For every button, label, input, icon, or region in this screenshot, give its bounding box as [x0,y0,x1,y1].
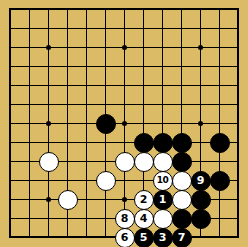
intersection-11-0[interactable] [210,0,229,19]
intersection-10-9[interactable]: 9 [191,171,210,190]
intersection-0-0[interactable] [1,0,20,19]
intersection-9-6[interactable] [172,114,191,133]
intersection-0-11[interactable] [1,209,20,228]
intersection-0-5[interactable] [1,95,20,114]
intersection-0-4[interactable] [1,76,20,95]
intersection-6-0[interactable] [115,0,134,19]
intersection-6-1[interactable] [115,19,134,38]
intersection-7-4[interactable] [134,76,153,95]
move-number-label: 4 [140,213,148,224]
white-stone [172,190,192,210]
intersection-5-3[interactable] [96,57,115,76]
white-stone: 10 [153,171,173,191]
white-stone [96,171,116,191]
intersection-3-3[interactable] [58,57,77,76]
intersection-7-7[interactable] [134,133,153,152]
intersection-1-4[interactable] [20,76,39,95]
intersection-7-12[interactable]: 5 [134,228,153,247]
move-number-label: 10 [157,176,169,185]
intersection-10-4[interactable] [191,76,210,95]
intersection-6-8[interactable] [115,152,134,171]
intersection-1-3[interactable] [20,57,39,76]
white-stone [134,152,154,172]
black-stone: 7 [172,228,192,247]
intersection-4-11[interactable] [77,209,96,228]
intersection-12-7[interactable] [229,133,248,152]
intersection-4-3[interactable] [77,57,96,76]
intersection-4-2[interactable] [77,38,96,57]
black-stone: 3 [153,228,173,247]
intersection-2-9[interactable] [39,171,58,190]
intersection-7-9[interactable] [134,171,153,190]
intersection-11-12[interactable] [210,228,229,247]
intersection-7-5[interactable] [134,95,153,114]
intersection-7-2[interactable] [134,38,153,57]
intersection-0-1[interactable] [1,19,20,38]
intersection-3-4[interactable] [58,76,77,95]
intersection-4-5[interactable] [77,95,96,114]
intersection-0-2[interactable] [1,38,20,57]
intersection-12-5[interactable] [229,95,248,114]
intersection-9-1[interactable] [172,19,191,38]
intersection-3-11[interactable] [58,209,77,228]
intersection-4-4[interactable] [77,76,96,95]
star-point [122,121,127,126]
intersection-7-6[interactable] [134,114,153,133]
intersection-3-1[interactable] [58,19,77,38]
intersection-1-0[interactable] [20,0,39,19]
intersection-12-2[interactable] [229,38,248,57]
intersection-5-0[interactable] [96,0,115,19]
intersection-8-9[interactable]: 10 [153,171,172,190]
white-stone [172,171,192,191]
intersection-1-12[interactable] [20,228,39,247]
intersection-7-8[interactable] [134,152,153,171]
intersection-10-0[interactable] [191,0,210,19]
intersection-10-3[interactable] [191,57,210,76]
move-number-label: 9 [197,175,205,186]
move-number-label: 6 [121,232,129,243]
intersection-3-12[interactable] [58,228,77,247]
intersection-12-8[interactable] [229,152,248,171]
intersection-10-6[interactable] [191,114,210,133]
intersection-9-7[interactable] [172,133,191,152]
move-number-label: 2 [140,194,148,205]
intersection-10-1[interactable] [191,19,210,38]
star-point [46,45,51,50]
intersection-2-12[interactable] [39,228,58,247]
go-diagram: 10921846537 [0,0,247,247]
intersection-9-10[interactable] [172,190,191,209]
intersection-3-5[interactable] [58,95,77,114]
intersection-0-7[interactable] [1,133,20,152]
intersection-12-1[interactable] [229,19,248,38]
intersection-0-3[interactable] [1,57,20,76]
intersection-9-11[interactable] [172,209,191,228]
intersection-0-8[interactable] [1,152,20,171]
intersection-5-10[interactable] [96,190,115,209]
black-stone [191,190,211,210]
intersection-10-12[interactable] [191,228,210,247]
intersection-8-4[interactable] [153,76,172,95]
intersection-3-8[interactable] [58,152,77,171]
intersection-2-8[interactable] [39,152,58,171]
intersection-12-6[interactable] [229,114,248,133]
black-stone [134,133,154,153]
black-stone [172,152,192,172]
move-number-label: 8 [121,213,129,224]
intersection-4-10[interactable] [77,190,96,209]
intersection-0-10[interactable] [1,190,20,209]
intersection-7-3[interactable] [134,57,153,76]
intersection-1-9[interactable] [20,171,39,190]
intersection-2-0[interactable] [39,0,58,19]
intersection-8-11[interactable] [153,209,172,228]
intersection-8-8[interactable] [153,152,172,171]
intersection-11-7[interactable] [210,133,229,152]
intersection-10-8[interactable] [191,152,210,171]
intersection-5-8[interactable] [96,152,115,171]
intersection-1-10[interactable] [20,190,39,209]
intersection-8-5[interactable] [153,95,172,114]
intersection-6-3[interactable] [115,57,134,76]
intersection-3-6[interactable] [58,114,77,133]
intersection-10-11[interactable] [191,209,210,228]
intersection-6-6[interactable] [115,114,134,133]
intersection-5-6[interactable] [96,114,115,133]
intersection-4-6[interactable] [77,114,96,133]
intersection-6-12[interactable]: 6 [115,228,134,247]
intersection-11-2[interactable] [210,38,229,57]
board-grid: 10921846537 [1,0,248,247]
intersection-2-3[interactable] [39,57,58,76]
intersection-11-5[interactable] [210,95,229,114]
intersection-2-1[interactable] [39,19,58,38]
intersection-2-2[interactable] [39,38,58,57]
intersection-1-11[interactable] [20,209,39,228]
star-point [122,197,127,202]
intersection-12-12[interactable] [229,228,248,247]
intersection-2-11[interactable] [39,209,58,228]
intersection-2-5[interactable] [39,95,58,114]
black-stone [96,114,116,134]
intersection-7-0[interactable] [134,0,153,19]
intersection-11-10[interactable] [210,190,229,209]
intersection-6-11[interactable]: 8 [115,209,134,228]
intersection-11-8[interactable] [210,152,229,171]
intersection-10-10[interactable] [191,190,210,209]
intersection-4-0[interactable] [77,0,96,19]
intersection-9-5[interactable] [172,95,191,114]
white-stone [39,152,59,172]
intersection-5-9[interactable] [96,171,115,190]
black-stone: 1 [153,190,173,210]
star-point [122,45,127,50]
intersection-8-10[interactable]: 1 [153,190,172,209]
intersection-2-6[interactable] [39,114,58,133]
black-stone [210,133,230,153]
intersection-8-12[interactable]: 3 [153,228,172,247]
intersection-5-1[interactable] [96,19,115,38]
intersection-12-3[interactable] [229,57,248,76]
intersection-12-0[interactable] [229,0,248,19]
intersection-4-8[interactable] [77,152,96,171]
intersection-7-11[interactable]: 4 [134,209,153,228]
intersection-12-9[interactable] [229,171,248,190]
white-stone [153,152,173,172]
intersection-3-10[interactable] [58,190,77,209]
intersection-9-4[interactable] [172,76,191,95]
black-stone [153,133,173,153]
intersection-6-5[interactable] [115,95,134,114]
white-stone [58,190,78,210]
white-stone [115,152,135,172]
intersection-1-7[interactable] [20,133,39,152]
intersection-5-7[interactable] [96,133,115,152]
intersection-7-10[interactable]: 2 [134,190,153,209]
intersection-12-10[interactable] [229,190,248,209]
intersection-1-6[interactable] [20,114,39,133]
move-number-label: 3 [159,232,167,243]
intersection-10-2[interactable] [191,38,210,57]
intersection-6-2[interactable] [115,38,134,57]
intersection-11-1[interactable] [210,19,229,38]
intersection-8-7[interactable] [153,133,172,152]
white-stone: 8 [115,209,135,229]
intersection-7-1[interactable] [134,19,153,38]
move-number-label: 5 [140,232,148,243]
black-stone [191,209,211,229]
intersection-1-2[interactable] [20,38,39,57]
black-stone [172,133,192,153]
intersection-2-4[interactable] [39,76,58,95]
intersection-11-11[interactable] [210,209,229,228]
intersection-8-3[interactable] [153,57,172,76]
star-point [198,45,203,50]
intersection-11-6[interactable] [210,114,229,133]
intersection-11-4[interactable] [210,76,229,95]
intersection-5-4[interactable] [96,76,115,95]
intersection-6-9[interactable] [115,171,134,190]
intersection-4-12[interactable] [77,228,96,247]
move-number-label: 1 [159,194,167,205]
intersection-9-0[interactable] [172,0,191,19]
intersection-12-11[interactable] [229,209,248,228]
intersection-6-10[interactable] [115,190,134,209]
intersection-2-7[interactable] [39,133,58,152]
intersection-1-8[interactable] [20,152,39,171]
star-point [46,121,51,126]
black-stone: 9 [191,171,211,191]
move-number-label: 7 [178,232,186,243]
intersection-3-7[interactable] [58,133,77,152]
white-stone: 2 [134,190,154,210]
intersection-0-6[interactable] [1,114,20,133]
intersection-4-9[interactable] [77,171,96,190]
white-stone [153,209,173,229]
intersection-11-9[interactable] [210,171,229,190]
white-stone: 4 [134,209,154,229]
intersection-9-3[interactable] [172,57,191,76]
intersection-9-9[interactable] [172,171,191,190]
intersection-5-5[interactable] [96,95,115,114]
intersection-9-12[interactable]: 7 [172,228,191,247]
star-point [46,197,51,202]
intersection-9-2[interactable] [172,38,191,57]
intersection-6-4[interactable] [115,76,134,95]
intersection-8-1[interactable] [153,19,172,38]
intersection-11-3[interactable] [210,57,229,76]
intersection-3-0[interactable] [58,0,77,19]
intersection-5-11[interactable] [96,209,115,228]
intersection-8-2[interactable] [153,38,172,57]
intersection-4-7[interactable] [77,133,96,152]
intersection-9-8[interactable] [172,152,191,171]
intersection-4-1[interactable] [77,19,96,38]
intersection-0-9[interactable] [1,171,20,190]
star-point [198,121,203,126]
black-stone [172,209,192,229]
black-stone [210,171,230,191]
black-stone: 5 [134,228,154,247]
intersection-8-6[interactable] [153,114,172,133]
intersection-6-7[interactable] [115,133,134,152]
intersection-12-4[interactable] [229,76,248,95]
intersection-8-0[interactable] [153,0,172,19]
intersection-10-5[interactable] [191,95,210,114]
intersection-1-1[interactable] [20,19,39,38]
intersection-0-12[interactable] [1,228,20,247]
white-stone: 6 [115,228,135,247]
intersection-3-2[interactable] [58,38,77,57]
intersection-1-5[interactable] [20,95,39,114]
intersection-3-9[interactable] [58,171,77,190]
intersection-2-10[interactable] [39,190,58,209]
intersection-5-2[interactable] [96,38,115,57]
intersection-10-7[interactable] [191,133,210,152]
intersection-5-12[interactable] [96,228,115,247]
